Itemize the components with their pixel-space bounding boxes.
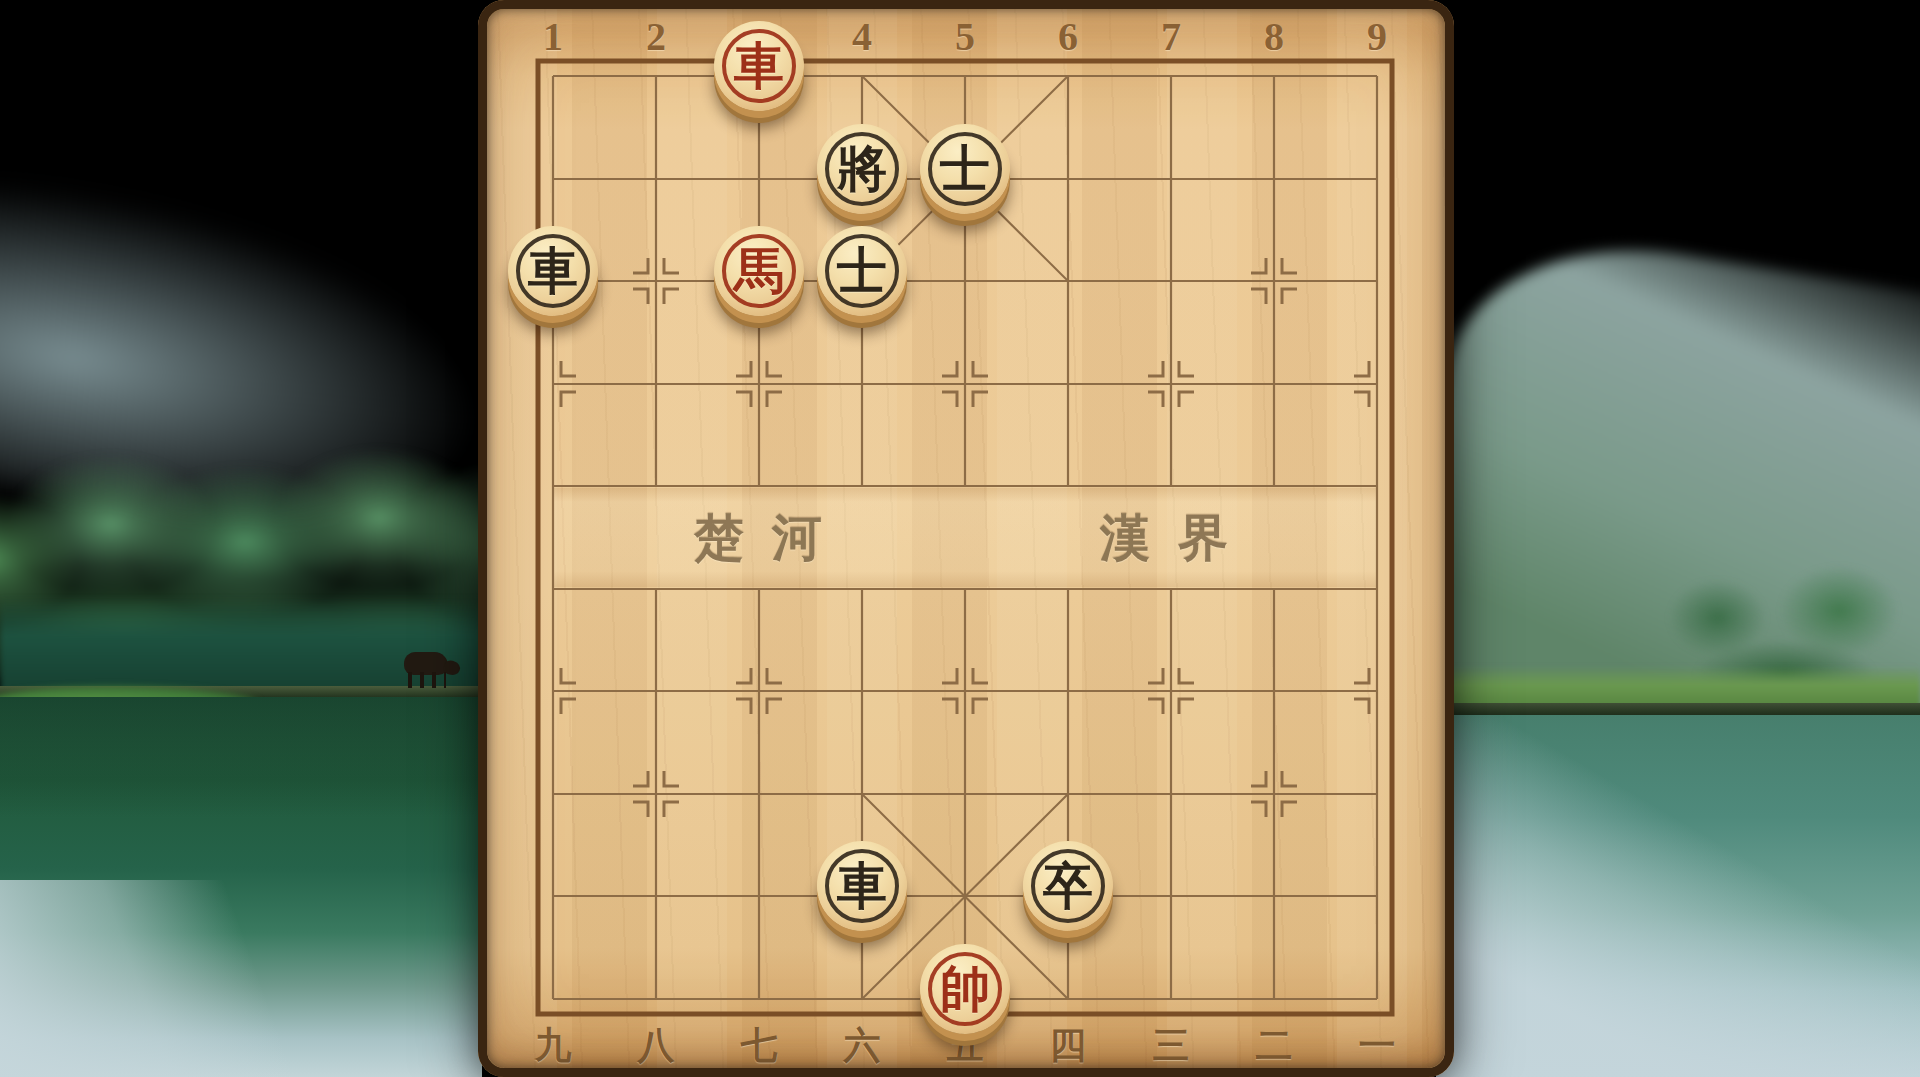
water-buffalo [402, 648, 458, 690]
sky-reflection-left [0, 880, 420, 1077]
buffalo-legs [408, 672, 446, 688]
xiangqi-board: 123456789 九八七六五四三二一 楚河 漢界 車將士車馬士車卒帥 [478, 0, 1454, 1077]
board-frame-rim [478, 0, 1454, 1077]
grass-bank-right [1436, 666, 1920, 708]
water-reflection-shade-left [0, 697, 482, 817]
xiangqi-game-screen: 123456789 九八七六五四三二一 楚河 漢界 車將士車馬士車卒帥 [0, 0, 1920, 1077]
wooden-dock-right [1436, 703, 1920, 715]
mountain-reflection-right [1436, 715, 1920, 1077]
